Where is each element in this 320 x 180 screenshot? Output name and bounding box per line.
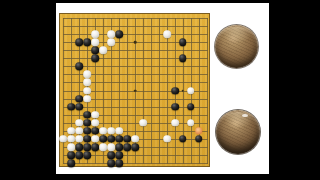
white-stone bbox=[171, 119, 179, 127]
black-stone bbox=[115, 135, 123, 143]
white-stone bbox=[59, 135, 67, 143]
video-frame bbox=[0, 0, 320, 180]
black-stone bbox=[107, 135, 115, 143]
black-stone bbox=[179, 135, 187, 143]
black-stone bbox=[171, 87, 179, 95]
black-stone bbox=[67, 159, 75, 167]
white-stone bbox=[83, 71, 91, 79]
black-stone bbox=[91, 127, 99, 135]
black-stone bbox=[91, 143, 99, 151]
white-stone bbox=[83, 95, 91, 103]
black-stone bbox=[91, 55, 99, 63]
white-stone bbox=[99, 127, 107, 135]
black-stone bbox=[83, 143, 91, 151]
go-board[interactable] bbox=[59, 13, 210, 167]
star-point bbox=[134, 89, 137, 92]
star-point bbox=[134, 41, 137, 44]
black-stone bbox=[83, 38, 91, 46]
bowl-lid-sheen bbox=[218, 27, 254, 45]
white-stone bbox=[163, 135, 171, 143]
black-stone bbox=[115, 143, 123, 151]
white-stone bbox=[67, 143, 75, 151]
white-stone bbox=[131, 135, 139, 143]
white-stone bbox=[91, 135, 99, 143]
white-stone bbox=[163, 30, 171, 38]
black-stone bbox=[115, 151, 123, 159]
black-stone bbox=[75, 38, 83, 46]
go-stone-bowl-upper bbox=[215, 25, 258, 68]
white-stone bbox=[115, 127, 123, 135]
black-stone bbox=[123, 135, 131, 143]
white-stone bbox=[107, 38, 115, 46]
black-stone bbox=[107, 159, 115, 167]
grid-line bbox=[159, 18, 160, 164]
grid-line bbox=[143, 18, 144, 164]
black-stone bbox=[131, 143, 139, 151]
black-stone bbox=[75, 103, 83, 111]
white-stone bbox=[67, 135, 75, 143]
black-stone bbox=[187, 103, 195, 111]
white-stone bbox=[75, 135, 83, 143]
white-stone bbox=[99, 143, 107, 151]
black-stone bbox=[195, 135, 203, 143]
black-stone bbox=[179, 38, 187, 46]
white-stone bbox=[75, 127, 83, 135]
white-stone bbox=[187, 87, 195, 95]
white-stone bbox=[187, 119, 195, 127]
white-stone bbox=[91, 119, 99, 127]
black-stone bbox=[115, 159, 123, 167]
white-stone bbox=[107, 30, 115, 38]
black-stone bbox=[75, 95, 83, 103]
black-stone bbox=[171, 103, 179, 111]
black-stone bbox=[83, 151, 91, 159]
black-stone bbox=[107, 151, 115, 159]
black-stone bbox=[83, 119, 91, 127]
white-stone bbox=[91, 30, 99, 38]
black-stone bbox=[123, 143, 131, 151]
white-stone bbox=[91, 111, 99, 119]
black-stone bbox=[67, 103, 75, 111]
white-stone bbox=[75, 119, 83, 127]
black-stone bbox=[75, 143, 83, 151]
white-stone bbox=[139, 119, 147, 127]
specular-glint bbox=[242, 114, 248, 118]
star-point bbox=[182, 89, 185, 92]
black-stone bbox=[179, 55, 187, 63]
black-stone bbox=[115, 30, 123, 38]
black-stone bbox=[91, 46, 99, 54]
black-stone bbox=[83, 127, 91, 135]
last-move-marked-stone bbox=[195, 127, 203, 135]
grid-line bbox=[207, 18, 208, 164]
black-stone bbox=[99, 135, 107, 143]
white-stone bbox=[91, 38, 99, 46]
white-stone bbox=[83, 79, 91, 87]
black-stone bbox=[83, 111, 91, 119]
black-stone bbox=[83, 135, 91, 143]
white-stone bbox=[107, 127, 115, 135]
go-stone-bowl-lower bbox=[216, 110, 260, 154]
grid-line bbox=[151, 18, 152, 164]
grid-line bbox=[63, 163, 208, 164]
black-stone bbox=[75, 63, 83, 71]
black-stone bbox=[75, 151, 83, 159]
white-stone bbox=[107, 143, 115, 151]
black-stone bbox=[67, 151, 75, 159]
white-stone bbox=[99, 46, 107, 54]
white-stone bbox=[67, 127, 75, 135]
white-stone bbox=[83, 87, 91, 95]
